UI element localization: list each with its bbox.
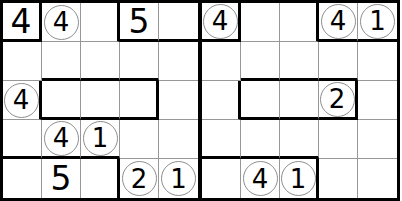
clue-number: 1 [369, 8, 386, 34]
puzzle-board-left: 445441521 [3, 3, 198, 198]
circled-clue: 4 [44, 5, 79, 40]
cell-right-r2c4[interactable] [358, 81, 397, 120]
cell-left-r3c1[interactable]: 4 [42, 120, 81, 159]
cell-right-r4c0[interactable] [202, 159, 241, 198]
cell-left-r1c0[interactable] [3, 42, 42, 81]
cell-right-r3c4[interactable] [358, 120, 397, 159]
circled-clue: 4 [321, 4, 356, 39]
cell-left-r0c2[interactable] [81, 3, 120, 42]
cell-right-r4c1[interactable]: 4 [241, 159, 280, 198]
cell-right-r1c0[interactable] [202, 42, 241, 81]
clue-number: 5 [51, 162, 72, 195]
cell-right-r0c1[interactable] [241, 3, 280, 42]
clue-number: 1 [92, 125, 109, 151]
clue-number: 4 [53, 9, 70, 35]
cell-left-r4c4[interactable]: 1 [159, 159, 198, 198]
circled-clue: 4 [243, 161, 278, 196]
cell-left-r4c2[interactable] [81, 159, 120, 198]
clue-number: 5 [129, 5, 150, 38]
clue-number: 4 [13, 87, 30, 113]
cell-left-r1c2[interactable] [81, 42, 120, 81]
clue-number: 4 [330, 8, 347, 34]
clue-number: 2 [131, 166, 148, 192]
cell-right-r2c1[interactable] [241, 81, 280, 120]
cell-right-r1c4[interactable] [358, 42, 397, 81]
circled-clue: 1 [83, 121, 118, 156]
cell-right-r4c4[interactable] [358, 159, 397, 198]
cell-left-r4c1[interactable]: 5 [42, 159, 81, 198]
cell-right-r1c2[interactable] [280, 42, 319, 81]
cell-left-r1c3[interactable] [120, 42, 159, 81]
cell-right-r4c2[interactable]: 1 [280, 159, 319, 198]
circled-clue: 1 [281, 161, 316, 196]
clue-number: 1 [170, 166, 187, 192]
cell-left-r1c4[interactable] [159, 42, 198, 81]
cell-left-r0c1[interactable]: 4 [42, 3, 81, 42]
circled-clue: 2 [122, 161, 157, 196]
cell-right-r2c2[interactable] [280, 81, 319, 120]
clue-number: 1 [290, 166, 307, 192]
cell-left-r2c1[interactable] [42, 81, 81, 120]
cell-right-r0c3[interactable]: 4 [319, 3, 358, 42]
cell-right-r1c3[interactable] [319, 42, 358, 81]
clue-number: 4 [252, 166, 269, 192]
cell-left-r0c3[interactable]: 5 [120, 3, 159, 42]
cell-right-r3c3[interactable] [319, 120, 358, 159]
clue-number: 4 [53, 125, 70, 151]
circled-clue: 1 [360, 4, 395, 39]
circled-clue: 4 [4, 83, 39, 118]
clue-number: 2 [329, 86, 346, 112]
cell-right-r2c3[interactable]: 2 [319, 81, 358, 120]
cell-left-r3c3[interactable] [120, 120, 159, 159]
cell-left-r3c2[interactable]: 1 [81, 120, 120, 159]
cell-left-r3c4[interactable] [159, 120, 198, 159]
cell-right-r4c3[interactable] [319, 159, 358, 198]
cell-right-r2c0[interactable] [202, 81, 241, 120]
cell-left-r2c0[interactable]: 4 [3, 81, 42, 120]
puzzle-board-right: 441241 [202, 3, 397, 198]
clue-number: 4 [11, 5, 32, 38]
circled-clue: 2 [320, 82, 355, 117]
cell-right-r0c4[interactable]: 1 [358, 3, 397, 42]
cell-left-r2c4[interactable] [159, 81, 198, 120]
cell-left-r0c0[interactable]: 4 [3, 3, 42, 42]
cell-right-r3c2[interactable] [280, 120, 319, 159]
cell-left-r4c0[interactable] [3, 159, 42, 198]
cell-left-r1c1[interactable] [42, 42, 81, 81]
cell-left-r2c2[interactable] [81, 81, 120, 120]
cell-left-r2c3[interactable] [120, 81, 159, 120]
circled-clue: 1 [161, 161, 196, 196]
cell-right-r0c2[interactable] [280, 3, 319, 42]
circled-clue: 4 [44, 121, 79, 156]
cell-right-r3c1[interactable] [241, 120, 280, 159]
cell-left-r0c4[interactable] [159, 3, 198, 42]
cell-right-r0c0[interactable]: 4 [202, 3, 241, 42]
circled-clue: 4 [203, 4, 238, 39]
cell-right-r3c0[interactable] [202, 120, 241, 159]
cell-right-r1c1[interactable] [241, 42, 280, 81]
clue-number: 4 [212, 8, 229, 34]
cell-left-r3c0[interactable] [3, 120, 42, 159]
puzzle-worksheet: 445441521 441241 [0, 0, 400, 201]
cell-left-r4c3[interactable]: 2 [120, 159, 159, 198]
